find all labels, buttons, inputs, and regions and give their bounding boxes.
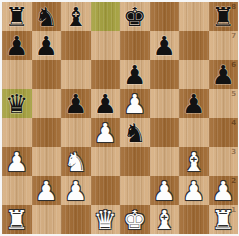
piece-black-queen-a5[interactable]: ♛	[5, 91, 28, 117]
square-h6[interactable]: 6♟	[209, 60, 239, 89]
square-g6[interactable]	[179, 60, 209, 89]
rank-label-1: 1	[231, 206, 236, 214]
square-e3[interactable]	[120, 147, 150, 176]
square-g5[interactable]: ♟	[179, 89, 209, 118]
rank-label-4: 4	[231, 119, 236, 127]
square-b7[interactable]: ♟	[32, 31, 62, 60]
square-a2[interactable]	[2, 176, 32, 205]
rank-label-7: 7	[231, 32, 236, 40]
square-h5[interactable]: 5	[209, 89, 239, 118]
square-c8[interactable]: ♝	[61, 2, 91, 31]
square-b6[interactable]	[32, 60, 62, 89]
square-g3[interactable]: ♝	[179, 147, 209, 176]
piece-white-queen-d1[interactable]: ♛	[94, 207, 117, 233]
square-b8[interactable]: ♞	[32, 2, 62, 31]
square-h3[interactable]: 3	[209, 147, 239, 176]
piece-white-rook-a1[interactable]: ♜	[5, 207, 28, 233]
square-d5[interactable]: ♟	[91, 89, 121, 118]
square-f5[interactable]	[150, 89, 180, 118]
square-d3[interactable]	[91, 147, 121, 176]
square-h7[interactable]: 7	[209, 31, 239, 60]
piece-white-pawn-a3[interactable]: ♟	[5, 149, 28, 175]
piece-black-pawn-b7[interactable]: ♟	[35, 33, 58, 59]
rank-label-3: 3	[231, 148, 236, 156]
square-b3[interactable]	[32, 147, 62, 176]
piece-black-knight-b8[interactable]: ♞	[35, 4, 58, 30]
square-g1[interactable]	[179, 205, 209, 234]
square-f4[interactable]	[150, 118, 180, 147]
square-d8[interactable]	[91, 2, 121, 31]
square-a5[interactable]: ♛	[2, 89, 32, 118]
square-f2[interactable]: ♟	[150, 176, 180, 205]
square-f1[interactable]: ♝	[150, 205, 180, 234]
square-a8[interactable]: ♜	[2, 2, 32, 31]
square-g7[interactable]	[179, 31, 209, 60]
square-d4[interactable]: ♟	[91, 118, 121, 147]
square-b4[interactable]	[32, 118, 62, 147]
square-e2[interactable]	[120, 176, 150, 205]
square-a4[interactable]	[2, 118, 32, 147]
chess-board: ♜♞♝♚8♜♟♟♟7♟6♟♛♟♟♟♟5♟♞4♟♞♝3♟♟♟♟2♟♜♛♚♝1♜	[2, 2, 238, 234]
square-d6[interactable]	[91, 60, 121, 89]
piece-white-pawn-d4[interactable]: ♟	[94, 120, 117, 146]
chess-board-wrap: ♜♞♝♚8♜♟♟♟7♟6♟♛♟♟♟♟5♟♞4♟♞♝3♟♟♟♟2♟♜♛♚♝1♜	[2, 2, 238, 234]
rank-label-5: 5	[231, 90, 236, 98]
square-f3[interactable]	[150, 147, 180, 176]
square-a7[interactable]: ♟	[2, 31, 32, 60]
rank-label-8: 8	[231, 3, 236, 11]
square-e5[interactable]: ♟	[120, 89, 150, 118]
square-c7[interactable]	[61, 31, 91, 60]
piece-black-pawn-f7[interactable]: ♟	[153, 33, 176, 59]
square-d1[interactable]: ♛	[91, 205, 121, 234]
rank-label-6: 6	[231, 61, 236, 69]
square-e7[interactable]	[120, 31, 150, 60]
piece-black-pawn-g5[interactable]: ♟	[182, 91, 205, 117]
piece-white-pawn-f2[interactable]: ♟	[153, 178, 176, 204]
square-g4[interactable]	[179, 118, 209, 147]
square-d7[interactable]	[91, 31, 121, 60]
piece-white-knight-c3[interactable]: ♞	[64, 149, 87, 175]
square-c4[interactable]	[61, 118, 91, 147]
square-g8[interactable]	[179, 2, 209, 31]
square-b5[interactable]	[32, 89, 62, 118]
piece-white-pawn-g2[interactable]: ♟	[182, 178, 205, 204]
square-f7[interactable]: ♟	[150, 31, 180, 60]
rank-label-2: 2	[231, 177, 236, 185]
square-b2[interactable]: ♟	[32, 176, 62, 205]
piece-black-rook-a8[interactable]: ♜	[5, 4, 28, 30]
square-b1[interactable]	[32, 205, 62, 234]
square-a3[interactable]: ♟	[2, 147, 32, 176]
square-e6[interactable]: ♟	[120, 60, 150, 89]
square-e8[interactable]: ♚	[120, 2, 150, 31]
square-c1[interactable]	[61, 205, 91, 234]
piece-white-bishop-g3[interactable]: ♝	[182, 149, 205, 175]
piece-white-pawn-e5[interactable]: ♟	[123, 91, 146, 117]
square-f8[interactable]	[150, 2, 180, 31]
square-c2[interactable]: ♟	[61, 176, 91, 205]
piece-black-pawn-c5[interactable]: ♟	[64, 91, 87, 117]
square-h2[interactable]: 2♟	[209, 176, 239, 205]
piece-black-pawn-a7[interactable]: ♟	[5, 33, 28, 59]
square-c6[interactable]	[61, 60, 91, 89]
square-c3[interactable]: ♞	[61, 147, 91, 176]
piece-black-king-e8[interactable]: ♚	[123, 4, 146, 30]
piece-black-pawn-d5[interactable]: ♟	[94, 91, 117, 117]
square-a1[interactable]: ♜	[2, 205, 32, 234]
piece-white-pawn-c2[interactable]: ♟	[64, 178, 87, 204]
piece-white-king-e1[interactable]: ♚	[123, 207, 146, 233]
square-g2[interactable]: ♟	[179, 176, 209, 205]
square-h8[interactable]: 8♜	[209, 2, 239, 31]
square-e4[interactable]: ♞	[120, 118, 150, 147]
piece-white-pawn-b2[interactable]: ♟	[35, 178, 58, 204]
square-h1[interactable]: 1♜	[209, 205, 239, 234]
square-a6[interactable]	[2, 60, 32, 89]
square-e1[interactable]: ♚	[120, 205, 150, 234]
piece-black-knight-e4[interactable]: ♞	[123, 120, 146, 146]
square-d2[interactable]	[91, 176, 121, 205]
piece-black-bishop-c8[interactable]: ♝	[64, 4, 87, 30]
piece-white-bishop-f1[interactable]: ♝	[153, 207, 176, 233]
piece-black-pawn-e6[interactable]: ♟	[123, 62, 146, 88]
square-f6[interactable]	[150, 60, 180, 89]
square-h4[interactable]: 4	[209, 118, 239, 147]
square-c5[interactable]: ♟	[61, 89, 91, 118]
